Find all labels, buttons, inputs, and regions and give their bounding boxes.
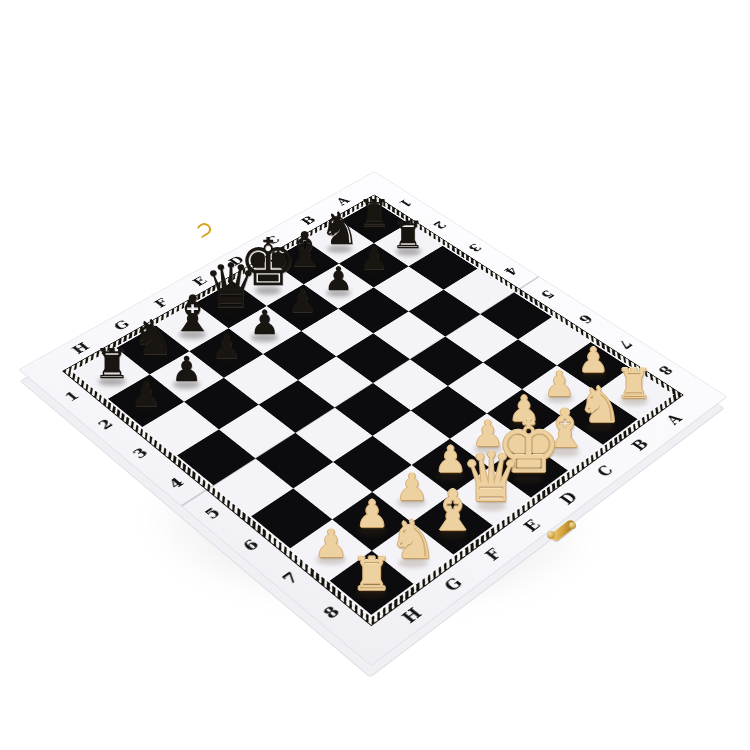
- piece-black-pawn-c2[interactable]: ♟: [319, 263, 358, 296]
- piece-black-pawn-e2[interactable]: ♟: [245, 306, 286, 340]
- piece-black-pawn-f2[interactable]: ♟: [206, 329, 247, 363]
- piece-wood-rook-h8[interactable]: ♜: [344, 551, 399, 597]
- piece-black-pawn-g2[interactable]: ♟: [166, 352, 208, 387]
- clasp-knob: [569, 522, 576, 529]
- pieces-layer: ♜♞♜♝♟♚♟♛♟♝♟♞♟♟♜♟♟♜♟♟♞♟♝♟♚♟♛♟♝♟♞♜: [0, 0, 750, 750]
- product-photo: { "game": "chess", "scene": "folding woo…: [0, 0, 750, 750]
- piece-black-pawn-b2[interactable]: ♟: [354, 242, 393, 274]
- clasp-knob: [547, 531, 555, 539]
- piece-black-pawn-d2[interactable]: ♟: [282, 284, 322, 317]
- brass-clasp: [547, 521, 581, 541]
- piece-black-pawn-h2[interactable]: ♟: [125, 376, 167, 411]
